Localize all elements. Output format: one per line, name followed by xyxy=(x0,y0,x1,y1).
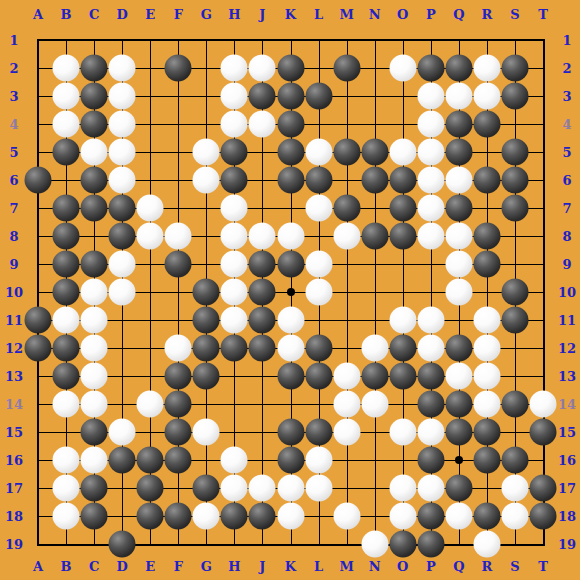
black-stone-K13 xyxy=(277,363,304,390)
black-stone-H5 xyxy=(221,139,248,166)
black-stone-T18 xyxy=(530,503,557,530)
white-stone-O15 xyxy=(389,419,416,446)
black-stone-K2 xyxy=(277,55,304,82)
black-stone-M7 xyxy=(333,195,360,222)
black-stone-G12 xyxy=(193,335,220,362)
col-label-bottom-O: O xyxy=(397,559,408,574)
row-label-left-9: 9 xyxy=(9,257,18,272)
black-stone-J3 xyxy=(249,83,276,110)
white-stone-K11 xyxy=(277,307,304,334)
white-stone-M13 xyxy=(333,363,360,390)
black-stone-J10 xyxy=(249,279,276,306)
black-stone-N8 xyxy=(361,223,388,250)
black-stone-T15 xyxy=(530,419,557,446)
white-stone-H16 xyxy=(221,447,248,474)
black-stone-Q5 xyxy=(445,139,472,166)
col-label-bottom-C: C xyxy=(89,559,99,574)
black-stone-C15 xyxy=(81,419,108,446)
white-stone-Q3 xyxy=(445,83,472,110)
white-stone-S18 xyxy=(501,503,528,530)
black-stone-Q12 xyxy=(445,335,472,362)
white-stone-C16 xyxy=(81,447,108,474)
white-stone-H17 xyxy=(221,475,248,502)
black-stone-G17 xyxy=(193,475,220,502)
row-label-right-7: 7 xyxy=(562,201,571,216)
black-stone-C3 xyxy=(81,83,108,110)
white-stone-P12 xyxy=(417,335,444,362)
col-label-bottom-D: D xyxy=(117,559,128,574)
black-stone-C18 xyxy=(81,503,108,530)
row-label-right-14: 14 xyxy=(558,397,576,412)
black-stone-T17 xyxy=(530,475,557,502)
black-stone-Q15 xyxy=(445,419,472,446)
black-stone-L13 xyxy=(305,363,332,390)
col-label-top-C: C xyxy=(89,7,99,22)
black-stone-J18 xyxy=(249,503,276,530)
row-label-left-18: 18 xyxy=(5,509,23,524)
white-stone-Q6 xyxy=(445,167,472,194)
black-stone-D19 xyxy=(109,531,136,558)
go-board[interactable]: AABBCCDDEEFFGGHHJJKKLLMMNNOOPPQQRRSSTT11… xyxy=(0,0,580,580)
row-label-left-16: 16 xyxy=(5,453,23,468)
black-stone-R9 xyxy=(473,251,500,278)
white-stone-R2 xyxy=(473,55,500,82)
col-label-top-B: B xyxy=(61,7,72,22)
white-stone-D5 xyxy=(109,139,136,166)
row-label-left-2: 2 xyxy=(9,61,18,76)
white-stone-K12 xyxy=(277,335,304,362)
row-label-right-2: 2 xyxy=(562,61,571,76)
black-stone-P16 xyxy=(417,447,444,474)
white-stone-R14 xyxy=(473,391,500,418)
white-stone-M14 xyxy=(333,391,360,418)
row-label-right-6: 6 xyxy=(562,173,571,188)
hoshi-Q16 xyxy=(455,456,463,464)
row-label-right-3: 3 xyxy=(562,89,571,104)
row-label-right-9: 9 xyxy=(562,257,571,272)
col-label-bottom-L: L xyxy=(314,559,323,574)
white-stone-H10 xyxy=(221,279,248,306)
row-label-left-11: 11 xyxy=(5,313,23,328)
white-stone-L5 xyxy=(305,139,332,166)
col-label-bottom-G: G xyxy=(201,559,212,574)
black-stone-G13 xyxy=(193,363,220,390)
white-stone-O5 xyxy=(389,139,416,166)
black-stone-K15 xyxy=(277,419,304,446)
black-stone-E17 xyxy=(137,475,164,502)
col-label-bottom-Q: Q xyxy=(453,559,464,574)
white-stone-D10 xyxy=(109,279,136,306)
row-label-left-3: 3 xyxy=(9,89,18,104)
col-label-top-P: P xyxy=(426,7,436,22)
white-stone-R19 xyxy=(473,531,500,558)
col-label-top-J: J xyxy=(259,7,265,22)
white-stone-C11 xyxy=(81,307,108,334)
black-stone-B13 xyxy=(53,363,80,390)
col-label-top-N: N xyxy=(369,7,381,22)
row-label-right-16: 16 xyxy=(558,453,576,468)
white-stone-M8 xyxy=(333,223,360,250)
white-stone-H2 xyxy=(221,55,248,82)
black-stone-J12 xyxy=(249,335,276,362)
col-label-top-O: O xyxy=(397,7,408,22)
white-stone-J4 xyxy=(249,111,276,138)
col-label-top-L: L xyxy=(314,7,323,22)
white-stone-S17 xyxy=(501,475,528,502)
row-label-left-15: 15 xyxy=(5,425,23,440)
row-label-left-12: 12 xyxy=(5,341,23,356)
white-stone-L16 xyxy=(305,447,332,474)
col-label-bottom-B: B xyxy=(61,559,72,574)
white-stone-H3 xyxy=(221,83,248,110)
black-stone-K5 xyxy=(277,139,304,166)
row-label-left-6: 6 xyxy=(9,173,18,188)
black-stone-K9 xyxy=(277,251,304,278)
black-stone-Q4 xyxy=(445,111,472,138)
col-label-bottom-M: M xyxy=(339,559,353,574)
col-label-bottom-A: A xyxy=(33,559,43,574)
white-stone-E8 xyxy=(137,223,164,250)
black-stone-C9 xyxy=(81,251,108,278)
row-label-left-10: 10 xyxy=(5,285,23,300)
white-stone-H11 xyxy=(221,307,248,334)
row-label-right-8: 8 xyxy=(562,229,571,244)
black-stone-S5 xyxy=(501,139,528,166)
row-label-left-7: 7 xyxy=(9,201,18,216)
white-stone-P3 xyxy=(417,83,444,110)
black-stone-C7 xyxy=(81,195,108,222)
black-stone-L12 xyxy=(305,335,332,362)
white-stone-R11 xyxy=(473,307,500,334)
col-label-top-H: H xyxy=(228,7,240,22)
black-stone-B5 xyxy=(53,139,80,166)
black-stone-P14 xyxy=(417,391,444,418)
col-label-bottom-E: E xyxy=(145,559,155,574)
white-stone-G6 xyxy=(193,167,220,194)
black-stone-K16 xyxy=(277,447,304,474)
white-stone-R3 xyxy=(473,83,500,110)
black-stone-R16 xyxy=(473,447,500,474)
row-label-left-14: 14 xyxy=(5,397,23,412)
black-stone-B10 xyxy=(53,279,80,306)
black-stone-R18 xyxy=(473,503,500,530)
black-stone-F13 xyxy=(165,363,192,390)
white-stone-K18 xyxy=(277,503,304,530)
col-label-top-K: K xyxy=(285,7,296,22)
white-stone-D4 xyxy=(109,111,136,138)
black-stone-C4 xyxy=(81,111,108,138)
col-label-bottom-K: K xyxy=(285,559,296,574)
col-label-top-T: T xyxy=(538,7,548,22)
black-stone-O8 xyxy=(389,223,416,250)
row-label-right-19: 19 xyxy=(558,537,576,552)
black-stone-P2 xyxy=(417,55,444,82)
col-label-bottom-J: J xyxy=(259,559,265,574)
row-label-left-4: 4 xyxy=(9,117,18,132)
black-stone-O6 xyxy=(389,167,416,194)
row-label-left-1: 1 xyxy=(9,33,18,48)
col-label-bottom-S: S xyxy=(510,559,519,574)
black-stone-N5 xyxy=(361,139,388,166)
row-label-right-10: 10 xyxy=(558,285,576,300)
black-stone-F2 xyxy=(165,55,192,82)
white-stone-P4 xyxy=(417,111,444,138)
black-stone-L6 xyxy=(305,167,332,194)
white-stone-F12 xyxy=(165,335,192,362)
white-stone-L17 xyxy=(305,475,332,502)
white-stone-T14 xyxy=(530,391,557,418)
white-stone-E14 xyxy=(137,391,164,418)
black-stone-J9 xyxy=(249,251,276,278)
black-stone-M5 xyxy=(333,139,360,166)
black-stone-E18 xyxy=(137,503,164,530)
white-stone-O11 xyxy=(389,307,416,334)
white-stone-K8 xyxy=(277,223,304,250)
white-stone-R12 xyxy=(473,335,500,362)
white-stone-B3 xyxy=(53,83,80,110)
black-stone-A12 xyxy=(25,335,52,362)
black-stone-G11 xyxy=(193,307,220,334)
white-stone-P5 xyxy=(417,139,444,166)
black-stone-D8 xyxy=(109,223,136,250)
white-stone-Q9 xyxy=(445,251,472,278)
black-stone-R8 xyxy=(473,223,500,250)
black-stone-M2 xyxy=(333,55,360,82)
black-stone-S6 xyxy=(501,167,528,194)
black-stone-N13 xyxy=(361,363,388,390)
black-stone-F9 xyxy=(165,251,192,278)
black-stone-R6 xyxy=(473,167,500,194)
white-stone-Q13 xyxy=(445,363,472,390)
white-stone-B17 xyxy=(53,475,80,502)
row-label-left-17: 17 xyxy=(5,481,23,496)
row-label-left-5: 5 xyxy=(9,145,18,160)
white-stone-P7 xyxy=(417,195,444,222)
white-stone-C5 xyxy=(81,139,108,166)
black-stone-F14 xyxy=(165,391,192,418)
black-stone-L15 xyxy=(305,419,332,446)
white-stone-L9 xyxy=(305,251,332,278)
white-stone-G5 xyxy=(193,139,220,166)
white-stone-B2 xyxy=(53,55,80,82)
white-stone-C14 xyxy=(81,391,108,418)
black-stone-J11 xyxy=(249,307,276,334)
white-stone-J17 xyxy=(249,475,276,502)
black-stone-Q14 xyxy=(445,391,472,418)
row-label-right-11: 11 xyxy=(558,313,576,328)
white-stone-M15 xyxy=(333,419,360,446)
black-stone-B7 xyxy=(53,195,80,222)
black-stone-B8 xyxy=(53,223,80,250)
black-stone-C17 xyxy=(81,475,108,502)
black-stone-Q7 xyxy=(445,195,472,222)
black-stone-B9 xyxy=(53,251,80,278)
row-label-right-17: 17 xyxy=(558,481,576,496)
col-label-top-F: F xyxy=(174,7,183,22)
col-label-top-Q: Q xyxy=(453,7,464,22)
black-stone-N6 xyxy=(361,167,388,194)
row-label-right-13: 13 xyxy=(558,369,576,384)
black-stone-S3 xyxy=(501,83,528,110)
white-stone-P11 xyxy=(417,307,444,334)
white-stone-B18 xyxy=(53,503,80,530)
row-label-right-4: 4 xyxy=(562,117,571,132)
col-label-top-R: R xyxy=(481,7,492,22)
black-stone-Q2 xyxy=(445,55,472,82)
white-stone-O17 xyxy=(389,475,416,502)
black-stone-H6 xyxy=(221,167,248,194)
white-stone-F8 xyxy=(165,223,192,250)
white-stone-D15 xyxy=(109,419,136,446)
white-stone-O18 xyxy=(389,503,416,530)
white-stone-L7 xyxy=(305,195,332,222)
white-stone-C12 xyxy=(81,335,108,362)
black-stone-S10 xyxy=(501,279,528,306)
row-label-right-1: 1 xyxy=(562,33,571,48)
col-label-bottom-P: P xyxy=(426,559,436,574)
row-label-left-19: 19 xyxy=(5,537,23,552)
black-stone-R15 xyxy=(473,419,500,446)
white-stone-N12 xyxy=(361,335,388,362)
black-stone-O13 xyxy=(389,363,416,390)
black-stone-G10 xyxy=(193,279,220,306)
white-stone-P17 xyxy=(417,475,444,502)
col-label-bottom-H: H xyxy=(228,559,240,574)
black-stone-P13 xyxy=(417,363,444,390)
black-stone-C2 xyxy=(81,55,108,82)
white-stone-N14 xyxy=(361,391,388,418)
white-stone-J8 xyxy=(249,223,276,250)
black-stone-Q17 xyxy=(445,475,472,502)
row-label-left-8: 8 xyxy=(9,229,18,244)
white-stone-G18 xyxy=(193,503,220,530)
black-stone-K6 xyxy=(277,167,304,194)
black-stone-D16 xyxy=(109,447,136,474)
row-label-right-5: 5 xyxy=(562,145,571,160)
white-stone-L10 xyxy=(305,279,332,306)
white-stone-C10 xyxy=(81,279,108,306)
white-stone-D2 xyxy=(109,55,136,82)
col-label-bottom-N: N xyxy=(369,559,381,574)
black-stone-H18 xyxy=(221,503,248,530)
white-stone-H8 xyxy=(221,223,248,250)
white-stone-D9 xyxy=(109,251,136,278)
white-stone-P8 xyxy=(417,223,444,250)
black-stone-D7 xyxy=(109,195,136,222)
black-stone-P19 xyxy=(417,531,444,558)
white-stone-P6 xyxy=(417,167,444,194)
white-stone-R13 xyxy=(473,363,500,390)
col-label-top-G: G xyxy=(201,7,212,22)
black-stone-S7 xyxy=(501,195,528,222)
white-stone-Q8 xyxy=(445,223,472,250)
white-stone-B11 xyxy=(53,307,80,334)
black-stone-O19 xyxy=(389,531,416,558)
black-stone-S16 xyxy=(501,447,528,474)
row-label-right-18: 18 xyxy=(558,509,576,524)
black-stone-O7 xyxy=(389,195,416,222)
white-stone-H4 xyxy=(221,111,248,138)
white-stone-K17 xyxy=(277,475,304,502)
black-stone-S2 xyxy=(501,55,528,82)
black-stone-O12 xyxy=(389,335,416,362)
white-stone-B14 xyxy=(53,391,80,418)
white-stone-D3 xyxy=(109,83,136,110)
white-stone-D6 xyxy=(109,167,136,194)
white-stone-O2 xyxy=(389,55,416,82)
col-label-top-A: A xyxy=(33,7,43,22)
black-stone-A6 xyxy=(25,167,52,194)
white-stone-B16 xyxy=(53,447,80,474)
col-label-top-D: D xyxy=(117,7,128,22)
col-label-bottom-T: T xyxy=(538,559,548,574)
white-stone-C13 xyxy=(81,363,108,390)
black-stone-K4 xyxy=(277,111,304,138)
white-stone-G15 xyxy=(193,419,220,446)
white-stone-H7 xyxy=(221,195,248,222)
black-stone-R4 xyxy=(473,111,500,138)
white-stone-B4 xyxy=(53,111,80,138)
black-stone-C6 xyxy=(81,167,108,194)
row-label-left-13: 13 xyxy=(5,369,23,384)
black-stone-S11 xyxy=(501,307,528,334)
white-stone-Q18 xyxy=(445,503,472,530)
col-label-bottom-R: R xyxy=(481,559,492,574)
black-stone-E16 xyxy=(137,447,164,474)
go-app: { "game": "go", "board_size": 19, "ui": … xyxy=(0,0,580,580)
black-stone-F18 xyxy=(165,503,192,530)
black-stone-A11 xyxy=(25,307,52,334)
col-label-top-M: M xyxy=(339,7,353,22)
white-stone-H9 xyxy=(221,251,248,278)
row-label-right-15: 15 xyxy=(558,425,576,440)
white-stone-P15 xyxy=(417,419,444,446)
col-label-top-S: S xyxy=(510,7,519,22)
black-stone-H12 xyxy=(221,335,248,362)
black-stone-L3 xyxy=(305,83,332,110)
hoshi-K10 xyxy=(287,288,295,296)
black-stone-P18 xyxy=(417,503,444,530)
col-label-bottom-F: F xyxy=(174,559,183,574)
col-label-top-E: E xyxy=(145,7,155,22)
black-stone-F16 xyxy=(165,447,192,474)
white-stone-E7 xyxy=(137,195,164,222)
white-stone-M18 xyxy=(333,503,360,530)
black-stone-B12 xyxy=(53,335,80,362)
white-stone-Q10 xyxy=(445,279,472,306)
white-stone-J2 xyxy=(249,55,276,82)
white-stone-N19 xyxy=(361,531,388,558)
black-stone-F15 xyxy=(165,419,192,446)
row-label-right-12: 12 xyxy=(558,341,576,356)
black-stone-K3 xyxy=(277,83,304,110)
black-stone-S14 xyxy=(501,391,528,418)
